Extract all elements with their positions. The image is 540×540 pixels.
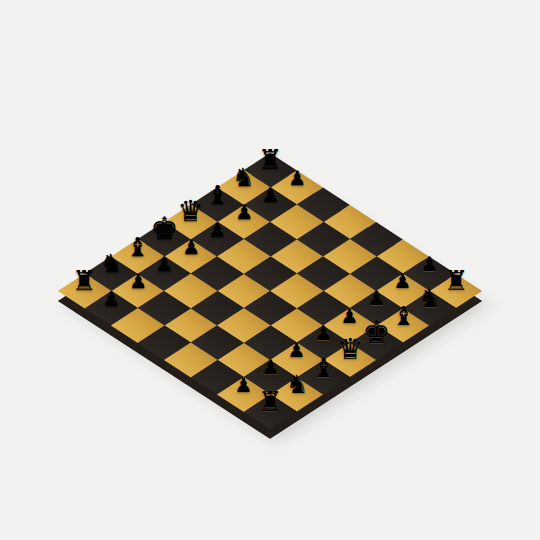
white-rook[interactable]: ♜: [251, 383, 289, 420]
black-pawn[interactable]: ♟: [92, 279, 130, 316]
